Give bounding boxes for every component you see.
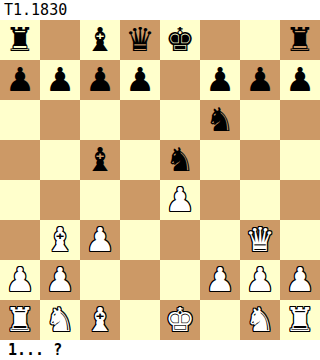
black-queen[interactable]: ♛: [125, 20, 155, 60]
square-b2[interactable]: ♟: [40, 260, 80, 300]
square-f5[interactable]: [200, 140, 240, 180]
square-a5[interactable]: [0, 140, 40, 180]
black-bishop[interactable]: ♝: [85, 20, 115, 60]
square-e3[interactable]: [160, 220, 200, 260]
chess-board: ♜♝♛♚♜♟♟♟♟♟♟♟♞♝♞♟♝♟♛♟♟♟♟♟♜♞♝♚♞♜: [0, 20, 320, 340]
square-a6[interactable]: [0, 100, 40, 140]
square-g3[interactable]: ♛: [240, 220, 280, 260]
white-pawn[interactable]: ♟: [85, 220, 115, 260]
square-e2[interactable]: [160, 260, 200, 300]
square-b7[interactable]: ♟: [40, 60, 80, 100]
square-f2[interactable]: ♟: [200, 260, 240, 300]
square-d2[interactable]: [120, 260, 160, 300]
square-d1[interactable]: [120, 300, 160, 340]
puzzle-title: T1.1830: [4, 1, 67, 19]
square-a1[interactable]: ♜: [0, 300, 40, 340]
square-d5[interactable]: [120, 140, 160, 180]
square-b4[interactable]: [40, 180, 80, 220]
white-rook[interactable]: ♜: [5, 300, 35, 340]
square-e1[interactable]: ♚: [160, 300, 200, 340]
square-e7[interactable]: [160, 60, 200, 100]
black-pawn[interactable]: ♟: [245, 60, 275, 100]
black-pawn[interactable]: ♟: [285, 60, 315, 100]
square-h3[interactable]: [280, 220, 320, 260]
square-b6[interactable]: [40, 100, 80, 140]
square-h6[interactable]: [280, 100, 320, 140]
square-h5[interactable]: [280, 140, 320, 180]
black-pawn[interactable]: ♟: [5, 60, 35, 100]
square-c4[interactable]: [80, 180, 120, 220]
black-pawn[interactable]: ♟: [205, 60, 235, 100]
square-b1[interactable]: ♞: [40, 300, 80, 340]
square-c8[interactable]: ♝: [80, 20, 120, 60]
white-knight[interactable]: ♞: [245, 300, 275, 340]
square-a2[interactable]: ♟: [0, 260, 40, 300]
square-a4[interactable]: [0, 180, 40, 220]
black-rook[interactable]: ♜: [285, 20, 315, 60]
square-e5[interactable]: ♞: [160, 140, 200, 180]
square-c1[interactable]: ♝: [80, 300, 120, 340]
square-d8[interactable]: ♛: [120, 20, 160, 60]
square-e8[interactable]: ♚: [160, 20, 200, 60]
square-c6[interactable]: [80, 100, 120, 140]
black-pawn[interactable]: ♟: [85, 60, 115, 100]
square-d3[interactable]: [120, 220, 160, 260]
black-king[interactable]: ♚: [165, 20, 195, 60]
square-g4[interactable]: [240, 180, 280, 220]
square-c5[interactable]: ♝: [80, 140, 120, 180]
white-pawn[interactable]: ♟: [45, 260, 75, 300]
square-h2[interactable]: ♟: [280, 260, 320, 300]
white-knight[interactable]: ♞: [45, 300, 75, 340]
square-f3[interactable]: [200, 220, 240, 260]
square-f8[interactable]: [200, 20, 240, 60]
square-c3[interactable]: ♟: [80, 220, 120, 260]
square-g2[interactable]: ♟: [240, 260, 280, 300]
square-a8[interactable]: ♜: [0, 20, 40, 60]
black-rook[interactable]: ♜: [5, 20, 35, 60]
square-h1[interactable]: ♜: [280, 300, 320, 340]
square-h8[interactable]: ♜: [280, 20, 320, 60]
square-h4[interactable]: [280, 180, 320, 220]
square-d4[interactable]: [120, 180, 160, 220]
square-f7[interactable]: ♟: [200, 60, 240, 100]
square-f1[interactable]: [200, 300, 240, 340]
black-bishop[interactable]: ♝: [85, 140, 115, 180]
white-rook[interactable]: ♜: [285, 300, 315, 340]
white-pawn[interactable]: ♟: [245, 260, 275, 300]
square-g7[interactable]: ♟: [240, 60, 280, 100]
square-f6[interactable]: ♞: [200, 100, 240, 140]
square-d7[interactable]: ♟: [120, 60, 160, 100]
move-prompt: 1... ?: [8, 341, 62, 359]
white-pawn[interactable]: ♟: [205, 260, 235, 300]
black-pawn[interactable]: ♟: [125, 60, 155, 100]
square-a3[interactable]: [0, 220, 40, 260]
white-king[interactable]: ♚: [165, 300, 195, 340]
black-pawn[interactable]: ♟: [45, 60, 75, 100]
square-g1[interactable]: ♞: [240, 300, 280, 340]
white-bishop[interactable]: ♝: [85, 300, 115, 340]
square-g6[interactable]: [240, 100, 280, 140]
square-b5[interactable]: [40, 140, 80, 180]
square-b8[interactable]: [40, 20, 80, 60]
square-c2[interactable]: [80, 260, 120, 300]
square-c7[interactable]: ♟: [80, 60, 120, 100]
status-bar: 1... ?: [0, 340, 320, 360]
white-queen[interactable]: ♛: [245, 220, 275, 260]
white-pawn[interactable]: ♟: [5, 260, 35, 300]
white-pawn[interactable]: ♟: [165, 180, 195, 220]
square-d6[interactable]: [120, 100, 160, 140]
square-g5[interactable]: [240, 140, 280, 180]
black-knight[interactable]: ♞: [205, 100, 235, 140]
square-a7[interactable]: ♟: [0, 60, 40, 100]
title-bar: T1.1830: [0, 0, 320, 20]
white-pawn[interactable]: ♟: [285, 260, 315, 300]
square-e6[interactable]: [160, 100, 200, 140]
square-h7[interactable]: ♟: [280, 60, 320, 100]
square-f4[interactable]: [200, 180, 240, 220]
square-g8[interactable]: [240, 20, 280, 60]
square-b3[interactable]: ♝: [40, 220, 80, 260]
square-e4[interactable]: ♟: [160, 180, 200, 220]
white-bishop[interactable]: ♝: [45, 220, 75, 260]
black-knight[interactable]: ♞: [165, 140, 195, 180]
